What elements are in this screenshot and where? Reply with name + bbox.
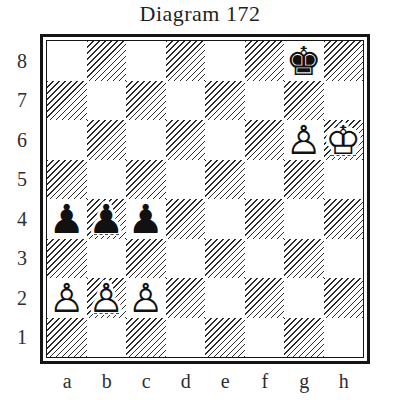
square-g8[interactable]: ♚ — [284, 41, 324, 81]
rank-label-2: 2 — [8, 279, 36, 319]
square-c5[interactable] — [126, 160, 166, 200]
square-g5[interactable] — [284, 160, 324, 200]
black-king-glyph: ♚ — [284, 41, 324, 81]
white-pawn-glyph: ♙ — [87, 278, 127, 318]
piece-white-pawn[interactable]: ♟♙ — [284, 120, 324, 160]
square-c4[interactable]: ♟ — [126, 199, 166, 239]
square-a5[interactable] — [47, 160, 87, 200]
file-label-c: c — [127, 366, 167, 396]
white-pawn-glyph: ♙ — [47, 278, 87, 318]
square-h2[interactable] — [324, 278, 364, 318]
rank-labels: 87654321 — [8, 42, 36, 358]
board: ♚♟♙♚♔♟♟♟♟♙♟♙♟♙ — [46, 40, 364, 358]
square-d4[interactable] — [166, 199, 206, 239]
square-a8[interactable] — [47, 41, 87, 81]
square-f6[interactable] — [245, 120, 285, 160]
square-b7[interactable] — [87, 81, 127, 121]
square-d1[interactable] — [166, 318, 206, 358]
file-label-e: e — [206, 366, 246, 396]
square-h5[interactable] — [324, 160, 364, 200]
square-e8[interactable] — [205, 41, 245, 81]
square-f1[interactable] — [245, 318, 285, 358]
square-b8[interactable] — [87, 41, 127, 81]
square-e1[interactable] — [205, 318, 245, 358]
square-h7[interactable] — [324, 81, 364, 121]
square-f8[interactable] — [245, 41, 285, 81]
white-pawn-glyph: ♙ — [126, 278, 166, 318]
rank-label-5: 5 — [8, 160, 36, 200]
square-g4[interactable] — [284, 199, 324, 239]
file-label-a: a — [48, 366, 88, 396]
square-c7[interactable] — [126, 81, 166, 121]
piece-white-pawn[interactable]: ♟♙ — [126, 278, 166, 318]
square-e4[interactable] — [205, 199, 245, 239]
black-pawn-glyph: ♟ — [47, 199, 87, 239]
rank-label-1: 1 — [8, 318, 36, 358]
rank-label-6: 6 — [8, 121, 36, 161]
square-d6[interactable] — [166, 120, 206, 160]
board-frame: ♚♟♙♚♔♟♟♟♟♙♟♙♟♙ — [40, 34, 370, 364]
white-king-glyph: ♔ — [324, 120, 364, 160]
square-c3[interactable] — [126, 239, 166, 279]
square-d8[interactable] — [166, 41, 206, 81]
square-a2[interactable]: ♟♙ — [47, 278, 87, 318]
square-a1[interactable] — [47, 318, 87, 358]
square-h6[interactable]: ♚♔ — [324, 120, 364, 160]
square-b4[interactable]: ♟ — [87, 199, 127, 239]
square-e2[interactable] — [205, 278, 245, 318]
piece-black-king[interactable]: ♚ — [284, 41, 324, 81]
square-f3[interactable] — [245, 239, 285, 279]
square-g1[interactable] — [284, 318, 324, 358]
file-label-h: h — [324, 366, 364, 396]
square-c2[interactable]: ♟♙ — [126, 278, 166, 318]
rank-label-4: 4 — [8, 200, 36, 240]
piece-white-pawn[interactable]: ♟♙ — [87, 278, 127, 318]
square-h1[interactable] — [324, 318, 364, 358]
file-labels: abcdefgh — [48, 366, 364, 396]
square-e3[interactable] — [205, 239, 245, 279]
square-b1[interactable] — [87, 318, 127, 358]
square-h4[interactable] — [324, 199, 364, 239]
square-a3[interactable] — [47, 239, 87, 279]
rank-label-7: 7 — [8, 81, 36, 121]
square-b5[interactable] — [87, 160, 127, 200]
file-label-f: f — [245, 366, 285, 396]
square-a6[interactable] — [47, 120, 87, 160]
square-e6[interactable] — [205, 120, 245, 160]
piece-black-pawn[interactable]: ♟ — [126, 199, 166, 239]
square-c8[interactable] — [126, 41, 166, 81]
diagram-page: Diagram 172 87654321 ♚♟♙♚♔♟♟♟♟♙♟♙♟♙ abcd… — [0, 0, 400, 400]
square-h8[interactable] — [324, 41, 364, 81]
piece-black-pawn[interactable]: ♟ — [47, 199, 87, 239]
file-label-d: d — [166, 366, 206, 396]
square-g2[interactable] — [284, 278, 324, 318]
square-e7[interactable] — [205, 81, 245, 121]
square-d5[interactable] — [166, 160, 206, 200]
square-d3[interactable] — [166, 239, 206, 279]
square-c6[interactable] — [126, 120, 166, 160]
square-b6[interactable] — [87, 120, 127, 160]
square-b2[interactable]: ♟♙ — [87, 278, 127, 318]
square-g7[interactable] — [284, 81, 324, 121]
piece-white-king[interactable]: ♚♔ — [324, 120, 364, 160]
black-pawn-glyph: ♟ — [87, 199, 127, 239]
square-b3[interactable] — [87, 239, 127, 279]
square-e5[interactable] — [205, 160, 245, 200]
square-g3[interactable] — [284, 239, 324, 279]
square-d2[interactable] — [166, 278, 206, 318]
file-label-g: g — [285, 366, 325, 396]
square-h3[interactable] — [324, 239, 364, 279]
piece-black-pawn[interactable]: ♟ — [87, 199, 127, 239]
square-g6[interactable]: ♟♙ — [284, 120, 324, 160]
white-pawn-glyph: ♙ — [284, 120, 324, 160]
black-pawn-glyph: ♟ — [126, 199, 166, 239]
rank-label-8: 8 — [8, 42, 36, 82]
square-a7[interactable] — [47, 81, 87, 121]
square-c1[interactable] — [126, 318, 166, 358]
square-f7[interactable] — [245, 81, 285, 121]
square-d7[interactable] — [166, 81, 206, 121]
diagram-title: Diagram 172 — [0, 1, 400, 27]
square-f4[interactable] — [245, 199, 285, 239]
rank-label-3: 3 — [8, 239, 36, 279]
piece-white-pawn[interactable]: ♟♙ — [47, 278, 87, 318]
file-label-b: b — [87, 366, 127, 396]
square-a4[interactable]: ♟ — [47, 199, 87, 239]
square-f5[interactable] — [245, 160, 285, 200]
square-f2[interactable] — [245, 278, 285, 318]
